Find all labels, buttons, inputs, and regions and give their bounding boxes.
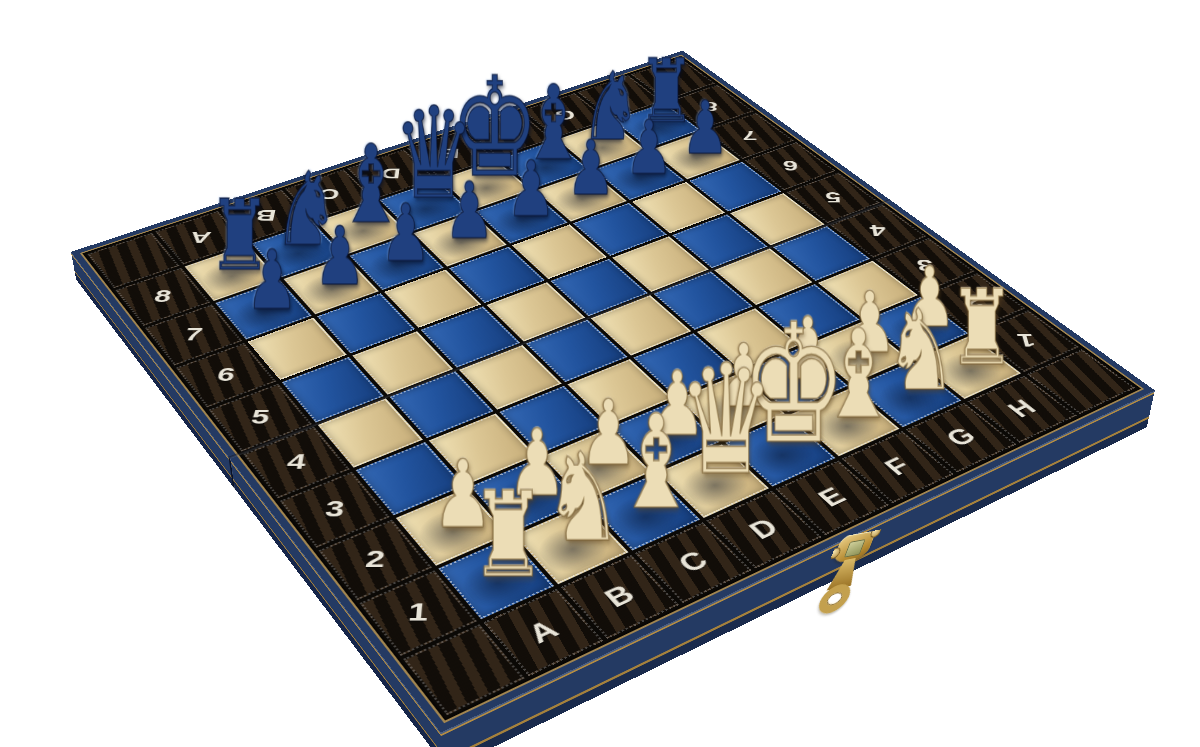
piece-blue-pawn-h7[interactable]: ♟ <box>682 93 729 163</box>
piece-blue-pawn-f7[interactable]: ♟ <box>566 132 615 204</box>
label-text: B <box>598 579 642 613</box>
piece-blue-pawn-d7[interactable]: ♟ <box>444 174 494 248</box>
piece-blue-pawn-c7[interactable]: ♟ <box>380 196 431 271</box>
label-text: 4 <box>285 449 308 474</box>
piece-blue-pawn-e7[interactable]: ♟ <box>506 153 556 226</box>
clasp-ring <box>814 582 854 617</box>
label-text: A <box>521 614 565 649</box>
label-text: 3 <box>323 496 346 522</box>
piece-blue-pawn-g7[interactable]: ♟ <box>625 112 673 183</box>
label-text: C <box>671 545 714 578</box>
label-text: D <box>742 513 785 544</box>
label-text: E <box>811 482 852 512</box>
label-text: 5 <box>824 189 842 206</box>
piece-white-knight-b1[interactable]: ♞ <box>544 440 623 557</box>
piece-white-rook-h1[interactable]: ♜ <box>948 279 1015 378</box>
chess-board: ABCDEFGH8♜♞♝♛♚♝♞♜87♟♟♟♟♟♟♟♟7665544332♟♟♟… <box>85 57 1138 718</box>
label-text: H <box>1001 395 1043 422</box>
label-text: 4 <box>868 222 887 240</box>
chess-set-photo: ABCDEFGH8♜♞♝♛♚♝♞♜87♟♟♟♟♟♟♟♟7665544332♟♟♟… <box>0 0 1200 747</box>
piece-blue-pawn-b7[interactable]: ♟ <box>314 218 366 295</box>
label-text: 6 <box>782 158 799 175</box>
label-text: G <box>939 423 983 452</box>
label-text: 6 <box>215 364 237 386</box>
label-text: 1 <box>1015 330 1038 351</box>
piece-white-bishop-c1[interactable]: ♝ <box>614 401 698 524</box>
file-label-near-e: E <box>775 460 889 535</box>
piece-white-rook-a1[interactable]: ♜ <box>470 479 546 591</box>
piece-blue-pawn-a7[interactable]: ♟ <box>246 241 299 319</box>
clasp-latch <box>806 529 881 621</box>
label-text: F <box>878 453 918 481</box>
label-text: 8 <box>151 286 173 306</box>
label-text: 7 <box>741 128 758 144</box>
label-text: 1 <box>406 598 429 627</box>
label-text: 5 <box>249 405 272 428</box>
label-text: 2 <box>364 545 387 573</box>
label-text: 7 <box>182 324 204 345</box>
hinge-seam <box>228 457 234 489</box>
